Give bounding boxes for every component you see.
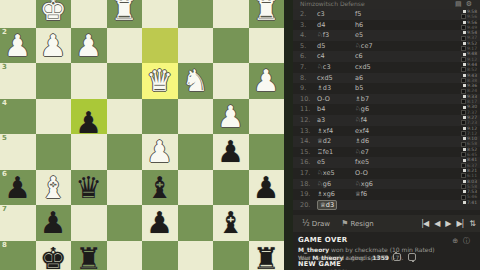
square-b2[interactable]: [213, 28, 249, 64]
move-number: 8.: [300, 73, 314, 84]
rank-label-6: 6: [2, 171, 7, 178]
white-move[interactable]: ♖fe1: [317, 148, 333, 156]
move-row: 4.♘f3e59:549:37: [293, 30, 480, 41]
chess-board: ♚♜♜♟2♟♟3♛♞♟4♟♟5♟♟♟6♝♛♝♟7♟♟♝8♚♜♜: [0, 0, 284, 270]
app-window: ♚♜♜♟2♟♟3♛♞♟4♟♟5♟♟♟6♝♛♝♟7♟♟♝8♚♜♜ Nimzowit…: [0, 0, 480, 270]
rank-label-8: 8: [2, 242, 7, 249]
new-game-title: NEW GAME: [298, 260, 341, 268]
square-g3[interactable]: [36, 63, 72, 99]
white-move[interactable]: ♕d2: [317, 137, 331, 145]
white-move[interactable]: ♘f3: [317, 31, 329, 39]
piece-white-pawn[interactable]: ♟: [71, 28, 107, 64]
rank-label-3: 3: [2, 64, 7, 71]
move-clock-times: 9:448:52: [447, 62, 477, 73]
piece-white-king[interactable]: ♚: [36, 0, 72, 28]
white-move[interactable]: ♘c3: [317, 63, 331, 71]
move-clock-times: 8:526:45: [447, 147, 477, 158]
black-move[interactable]: f5: [355, 10, 361, 18]
white-move[interactable]: O-O: [317, 95, 330, 103]
black-move[interactable]: ♗b7: [355, 95, 369, 103]
resign-flag-icon: ⚑: [341, 219, 348, 228]
square-f3[interactable]: [71, 63, 107, 99]
move-number: 3.: [300, 20, 314, 31]
move-row: 9.♗d3b59:368:24: [293, 83, 480, 94]
nav-next-icon[interactable]: ▶: [445, 219, 450, 228]
square-d7[interactable]: ♟: [142, 205, 178, 241]
move-number: 19.: [300, 189, 314, 200]
nav-analysis-icon[interactable]: ⇅: [469, 219, 475, 228]
square-d3[interactable]: ♛: [142, 63, 178, 99]
white-move[interactable]: b4: [317, 105, 325, 113]
square-a3[interactable]: ♟: [249, 63, 285, 99]
square-g4[interactable]: [36, 99, 72, 135]
half-point-icon: ½: [302, 219, 310, 228]
white-move[interactable]: cxd5: [317, 74, 333, 82]
thumbs-up-icon[interactable]: [393, 253, 401, 261]
move-clock-times: 9:529:17: [447, 41, 477, 52]
move-row: 5.d5♘ce79:529:17: [293, 41, 480, 52]
game-controls-bar: ½Draw ⚑Resign |◀◀▶▶|⇅: [293, 215, 480, 232]
square-f2[interactable]: ♟: [71, 28, 107, 64]
white-clock-icon: [463, 137, 466, 140]
piece-black-pawn[interactable]: ♟: [142, 205, 178, 241]
square-h8[interactable]: 8: [0, 241, 36, 270]
square-b1[interactable]: [213, 0, 249, 28]
move-nav-buttons: |◀◀▶▶|⇅: [415, 215, 475, 232]
move-clock-times: 9:489:12: [447, 51, 477, 62]
piece-black-pawn[interactable]: ♟: [249, 170, 285, 206]
square-b5[interactable]: ♟: [213, 134, 249, 170]
move-clock-times: 9:368:24: [447, 83, 477, 94]
square-c8[interactable]: [178, 241, 214, 270]
white-move[interactable]: d4: [317, 21, 325, 29]
nav-prev-icon[interactable]: ◀: [434, 219, 439, 228]
move-row: 6.c4c69:489:12: [293, 51, 480, 62]
black-move[interactable]: cxd5: [355, 63, 371, 71]
square-d6[interactable]: ♝: [142, 170, 178, 206]
square-e8[interactable]: [107, 241, 143, 270]
square-d4[interactable]: [142, 99, 178, 135]
square-e1[interactable]: ♜: [107, 0, 143, 28]
square-e4[interactable]: [107, 99, 143, 135]
moves-list-icon[interactable]: ▤: [455, 0, 466, 8]
move-clock-times: 8:216:11: [447, 168, 477, 179]
share-icon[interactable]: ⊕: [452, 237, 463, 245]
white-move[interactable]: d5: [317, 42, 325, 50]
move-row: 18.♘g6♘xg68:035:58: [293, 179, 480, 190]
black-move[interactable]: fxe5: [355, 158, 369, 166]
white-clock-icon: [463, 74, 466, 77]
move-number: 5.: [300, 41, 314, 52]
game-panel: Nimzowitsch Defense ▤⚙ 2.c3f59:589:563.d…: [293, 0, 480, 270]
black-move[interactable]: ♘ce7: [355, 42, 373, 50]
white-clock-icon: [463, 10, 466, 13]
move-clock-times: 9:569:49: [447, 20, 477, 31]
piece-white-bishop[interactable]: ♝: [36, 170, 72, 206]
move-row: 10.O-O♗b79:338:17: [293, 94, 480, 105]
piece-white-pawn[interactable]: ♟: [249, 63, 285, 99]
move-number: 4.: [300, 30, 314, 41]
square-e6[interactable]: [107, 170, 143, 206]
square-a2[interactable]: [249, 28, 285, 64]
white-move[interactable]: e5: [317, 158, 325, 166]
black-move[interactable]: O-O: [355, 169, 368, 177]
white-move[interactable]: ♗xg6: [317, 190, 335, 198]
move-number: 15.: [300, 147, 314, 158]
move-clock-times: 8:416:37: [447, 157, 477, 168]
white-move[interactable]: ♕d3: [317, 200, 337, 210]
black-move[interactable]: exf4: [355, 127, 369, 135]
rank-label-4: 4: [2, 100, 7, 107]
piece-black-bishop[interactable]: ♝: [142, 170, 178, 206]
square-g1[interactable]: ♚: [36, 0, 72, 28]
black-move[interactable]: ♗d6: [355, 137, 369, 145]
square-a7[interactable]: [249, 205, 285, 241]
white-clock-icon: [463, 127, 466, 130]
move-row: 16.e5fxe58:416:37: [293, 157, 480, 168]
move-row: 2.c3f59:589:56: [293, 9, 480, 20]
black-move[interactable]: ♘g6: [355, 105, 369, 113]
move-clock-times: 9:307:37: [447, 104, 477, 115]
white-clock-icon: [463, 106, 466, 109]
white-clock-icon: [463, 63, 466, 66]
square-d1[interactable]: [142, 0, 178, 28]
square-a5[interactable]: [249, 134, 285, 170]
move-number: 6.: [300, 51, 314, 62]
move-clock-times: 9:549:37: [447, 30, 477, 41]
move-number: 18.: [300, 179, 314, 190]
square-e2[interactable]: [107, 28, 143, 64]
square-c5[interactable]: [178, 134, 214, 170]
square-b8[interactable]: [213, 241, 249, 270]
square-a1[interactable]: ♜: [249, 0, 285, 28]
board-panel-divider: [284, 0, 293, 270]
square-b4[interactable]: ♟: [213, 99, 249, 135]
square-h5[interactable]: 5: [0, 134, 36, 170]
move-clock-times: 9:277:23: [447, 115, 477, 126]
opening-name: Nimzowitsch Defense: [300, 0, 365, 7]
black-move[interactable]: a6: [355, 74, 363, 82]
rank-label-5: 5: [2, 135, 7, 142]
board-grid: ♚♜♜♟2♟♟3♛♞♟4♟♟5♟♟♟6♝♛♝♟7♟♟♝8♚♜♜: [0, 0, 284, 270]
piece-white-knight[interactable]: ♞: [178, 63, 214, 99]
piece-black-pawn[interactable]: ♟: [213, 134, 249, 170]
panel-header: Nimzowitsch Defense ▤⚙: [293, 0, 480, 9]
piece-white-queen[interactable]: ♛: [142, 63, 178, 99]
white-clock-icon: [463, 159, 466, 162]
move-row: 12.a3♘f49:277:23: [293, 115, 480, 126]
nav-first-icon[interactable]: |◀: [421, 219, 428, 228]
move-row: 17.♘xe5O-O8:216:11: [293, 168, 480, 179]
square-d8[interactable]: [142, 241, 178, 270]
move-clock-times: 9:438:38: [447, 73, 477, 84]
square-f7[interactable]: [71, 205, 107, 241]
white-move[interactable]: c3: [317, 10, 325, 18]
move-row: 20.♕d37:41: [293, 200, 480, 211]
white-clock-icon: [463, 201, 466, 204]
rank-label-2: 2: [2, 29, 7, 36]
move-row: 19.♗xg6♕f67:535:46: [293, 189, 480, 200]
move-number: 11.: [300, 104, 314, 115]
thumbs-down-icon[interactable]: [408, 253, 416, 261]
white-clock-icon: [463, 53, 466, 56]
piece-white-pawn[interactable]: ♟: [213, 99, 249, 135]
piece-black-queen[interactable]: ♛: [71, 170, 107, 206]
move-clock-times: 8:035:58: [447, 179, 477, 190]
move-row: 3.d4h69:569:49: [293, 20, 480, 31]
black-move[interactable]: c6: [355, 52, 363, 60]
move-row: 11.b4♘g69:307:37: [293, 104, 480, 115]
black-move[interactable]: h6: [355, 21, 363, 29]
white-clock-icon: [463, 180, 466, 183]
square-d2[interactable]: [142, 28, 178, 64]
square-a6[interactable]: ♟: [249, 170, 285, 206]
move-clock-times: 9:127:12: [447, 126, 477, 137]
piece-white-rook[interactable]: ♜: [107, 0, 143, 28]
white-clock-icon: [463, 169, 466, 172]
square-b7[interactable]: ♝: [213, 205, 249, 241]
black-move[interactable]: e5: [355, 31, 363, 39]
white-clock-icon: [463, 190, 466, 193]
square-g5[interactable]: [36, 134, 72, 170]
white-clock-icon: [463, 21, 466, 24]
draw-button[interactable]: ½Draw: [302, 220, 330, 228]
square-a8[interactable]: ♜: [249, 241, 285, 270]
move-clock-times: 7:41: [447, 200, 477, 211]
square-a4[interactable]: [249, 99, 285, 135]
black-move[interactable]: ♕f6: [355, 190, 367, 198]
square-d5[interactable]: ♟: [142, 134, 178, 170]
piece-white-rook[interactable]: ♜: [249, 0, 285, 28]
square-f1[interactable]: [71, 0, 107, 28]
square-h6[interactable]: ♟6: [0, 170, 36, 206]
square-c1[interactable]: [178, 0, 214, 28]
black-move[interactable]: b5: [355, 84, 363, 92]
square-g2[interactable]: ♟: [36, 28, 72, 64]
white-move[interactable]: a3: [317, 116, 325, 124]
white-clock-icon: [463, 148, 466, 151]
square-h7[interactable]: 7: [0, 205, 36, 241]
square-f6[interactable]: ♛: [71, 170, 107, 206]
game-over-title: GAME OVER: [298, 236, 475, 244]
square-g7[interactable]: ♟: [36, 205, 72, 241]
square-c6[interactable]: [178, 170, 214, 206]
piece-black-bishop[interactable]: ♝: [213, 205, 249, 241]
square-e5[interactable]: [107, 134, 143, 170]
white-move[interactable]: ♘g6: [317, 180, 331, 188]
move-number: 7.: [300, 62, 314, 73]
black-move[interactable]: ♘e7: [355, 148, 369, 156]
square-g8[interactable]: ♚: [36, 241, 72, 270]
white-clock-icon: [463, 95, 466, 98]
move-number: 10.: [300, 94, 314, 105]
piece-black-rook[interactable]: ♜: [249, 241, 285, 270]
move-row: 14.♕d2♗d69:106:58: [293, 136, 480, 147]
piece-white-pawn[interactable]: ♟: [36, 28, 72, 64]
square-c3[interactable]: ♞: [178, 63, 214, 99]
white-move[interactable]: ♗d3: [317, 84, 331, 92]
square-h1[interactable]: [0, 0, 36, 28]
piece-black-pawn[interactable]: ♟: [36, 205, 72, 241]
move-number: 9.: [300, 83, 314, 94]
square-e7[interactable]: [107, 205, 143, 241]
white-move[interactable]: c4: [317, 52, 325, 60]
square-f8[interactable]: ♜: [71, 241, 107, 270]
nav-last-icon[interactable]: ▶|: [456, 219, 463, 228]
move-clock-times: 7:535:46: [447, 189, 477, 200]
black-move[interactable]: ♘f4: [355, 116, 367, 124]
move-number: 2.: [300, 9, 314, 20]
move-number: 14.: [300, 136, 314, 147]
square-c2[interactable]: [178, 28, 214, 64]
square-f4[interactable]: ♟: [71, 99, 107, 135]
square-h3[interactable]: 3: [0, 63, 36, 99]
rank-label-7: 7: [2, 206, 7, 213]
move-number: 17.: [300, 168, 314, 179]
move-list: 2.c3f59:589:563.d4h69:569:494.♘f3e59:549…: [293, 9, 480, 210]
white-move[interactable]: ♘xe5: [317, 169, 335, 177]
white-clock-icon: [463, 116, 466, 119]
white-move[interactable]: ♗xf4: [317, 127, 333, 135]
square-b3[interactable]: [213, 63, 249, 99]
white-clock-icon: [463, 42, 466, 45]
square-b6[interactable]: [213, 170, 249, 206]
black-move[interactable]: ♘xg6: [355, 180, 373, 188]
info-icon[interactable]: ⓘ: [463, 237, 475, 245]
move-row: 7.♘c3cxd59:448:52: [293, 62, 480, 73]
square-g6[interactable]: ♝: [36, 170, 72, 206]
piece-black-rook[interactable]: ♜: [71, 241, 107, 270]
move-row: 8.cxd5a69:438:38: [293, 73, 480, 84]
square-f5[interactable]: [71, 134, 107, 170]
move-number: 16.: [300, 157, 314, 168]
piece-white-pawn[interactable]: ♟: [142, 134, 178, 170]
piece-black-king[interactable]: ♚: [36, 241, 72, 270]
move-number: 12.: [300, 115, 314, 126]
settings-gear-icon[interactable]: ⚙: [466, 0, 476, 8]
square-c4[interactable]: [178, 99, 214, 135]
move-number: 20.: [300, 200, 314, 211]
move-clock-times: 9:338:17: [447, 94, 477, 105]
move-row: 15.♖fe1♘e78:526:45: [293, 147, 480, 158]
resign-button[interactable]: ⚑Resign: [341, 220, 374, 228]
square-c7[interactable]: [178, 205, 214, 241]
move-row: 13.♗xf4exf49:127:12: [293, 126, 480, 137]
white-clock-icon: [463, 31, 466, 34]
square-h2[interactable]: ♟2: [0, 28, 36, 64]
square-h4[interactable]: 4: [0, 99, 36, 135]
white-clock-icon: [463, 84, 466, 87]
move-clock-times: 9:589:56: [447, 9, 477, 20]
move-number: 13.: [300, 126, 314, 137]
square-e3[interactable]: [107, 63, 143, 99]
move-clock-times: 9:106:58: [447, 136, 477, 147]
